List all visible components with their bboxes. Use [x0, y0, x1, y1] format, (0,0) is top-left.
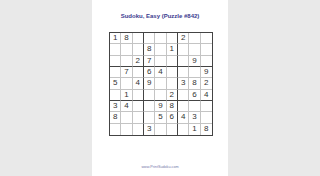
cell-r6c6: 2 [167, 90, 178, 101]
cell-r5c2[interactable] [121, 78, 132, 89]
cell-r5c1: 5 [110, 78, 121, 89]
given-digit: 9 [158, 102, 162, 110]
given-digit: 1 [170, 45, 174, 53]
cell-r8c9[interactable] [201, 112, 212, 123]
given-digit: 2 [136, 57, 140, 65]
given-digit: 8 [192, 79, 196, 87]
given-digit: 8 [124, 34, 128, 42]
cell-r8c5: 5 [155, 112, 166, 123]
cell-r9c7[interactable] [178, 124, 189, 135]
given-digit: 3 [147, 125, 151, 133]
given-digit: 2 [204, 79, 208, 87]
cell-r2c5[interactable] [155, 44, 166, 55]
sudoku-grid: 1828127976495493821264349885643318 [109, 32, 213, 136]
given-digit: 8 [204, 125, 208, 133]
given-digit: 3 [113, 102, 117, 110]
cell-r7c8[interactable] [189, 101, 200, 112]
cell-r2c6: 1 [167, 44, 178, 55]
cell-r1c4[interactable] [144, 33, 155, 44]
cell-r4c9: 9 [201, 67, 212, 78]
cell-r3c5[interactable] [155, 56, 166, 67]
given-digit: 9 [204, 68, 208, 76]
given-digit: 2 [170, 91, 174, 99]
given-digit: 4 [124, 102, 128, 110]
cell-r7c5: 9 [155, 101, 166, 112]
cell-r5c5[interactable] [155, 78, 166, 89]
cell-r2c4: 8 [144, 44, 155, 55]
cell-r3c2[interactable] [121, 56, 132, 67]
cell-r2c2[interactable] [121, 44, 132, 55]
cell-r8c8: 3 [189, 112, 200, 123]
given-digit: 8 [113, 113, 117, 121]
cell-r7c2: 4 [121, 101, 132, 112]
given-digit: 8 [170, 102, 174, 110]
cell-r2c7[interactable] [178, 44, 189, 55]
cell-r5c8: 8 [189, 78, 200, 89]
cell-r2c3[interactable] [133, 44, 144, 55]
given-digit: 8 [147, 45, 151, 53]
given-digit: 6 [192, 91, 196, 99]
cell-r5c9: 2 [201, 78, 212, 89]
cell-r1c5[interactable] [155, 33, 166, 44]
given-digit: 4 [204, 91, 208, 99]
cell-r5c4: 9 [144, 78, 155, 89]
cell-r9c9: 8 [201, 124, 212, 135]
cell-r8c7: 4 [178, 112, 189, 123]
given-digit: 3 [192, 113, 196, 121]
cell-r9c4: 3 [144, 124, 155, 135]
cell-r4c2: 7 [121, 67, 132, 78]
cell-r4c8[interactable] [189, 67, 200, 78]
cell-r6c9: 4 [201, 90, 212, 101]
given-digit: 6 [147, 68, 151, 76]
given-digit: 4 [181, 113, 185, 121]
given-digit: 3 [181, 79, 185, 87]
cell-r9c8: 1 [189, 124, 200, 135]
cell-r4c3[interactable] [133, 67, 144, 78]
given-digit: 4 [158, 68, 162, 76]
cell-r4c4: 6 [144, 67, 155, 78]
cell-r2c8[interactable] [189, 44, 200, 55]
cell-r1c6[interactable] [167, 33, 178, 44]
given-digit: 9 [147, 79, 151, 87]
cell-r8c3[interactable] [133, 112, 144, 123]
cell-r5c6[interactable] [167, 78, 178, 89]
cell-r9c3[interactable] [133, 124, 144, 135]
cell-r6c2: 1 [121, 90, 132, 101]
cell-r2c1[interactable] [110, 44, 121, 55]
sudoku-page: Sudoku, Easy (Puzzle #842) 1828127976495… [92, 0, 228, 176]
given-digit: 6 [170, 113, 174, 121]
cell-r4c5: 4 [155, 67, 166, 78]
cell-r4c6[interactable] [167, 67, 178, 78]
cell-r3c3: 2 [133, 56, 144, 67]
cell-r9c2[interactable] [121, 124, 132, 135]
cell-r7c7[interactable] [178, 101, 189, 112]
cell-r1c1: 1 [110, 33, 121, 44]
cell-r5c7: 3 [178, 78, 189, 89]
given-digit: 9 [192, 57, 196, 65]
cell-r8c1: 8 [110, 112, 121, 123]
cell-r3c6[interactable] [167, 56, 178, 67]
cell-r3c8: 9 [189, 56, 200, 67]
cell-r6c7[interactable] [178, 90, 189, 101]
cell-r1c9[interactable] [201, 33, 212, 44]
given-digit: 1 [113, 34, 117, 42]
cell-r8c4[interactable] [144, 112, 155, 123]
given-digit: 1 [124, 91, 128, 99]
cell-r9c1[interactable] [110, 124, 121, 135]
cell-r8c2[interactable] [121, 112, 132, 123]
puzzle-title: Sudoku, Easy (Puzzle #842) [92, 13, 228, 19]
cell-r3c9[interactable] [201, 56, 212, 67]
given-digit: 1 [192, 125, 196, 133]
given-digit: 5 [113, 79, 117, 87]
cell-r3c7[interactable] [178, 56, 189, 67]
cell-r6c8: 6 [189, 90, 200, 101]
cell-r9c5[interactable] [155, 124, 166, 135]
footer-url: www.PrintSudoku.com [118, 165, 202, 169]
cell-r7c1: 3 [110, 101, 121, 112]
cell-r2c9[interactable] [201, 44, 212, 55]
cell-r1c3[interactable] [133, 33, 144, 44]
cell-r3c4: 7 [144, 56, 155, 67]
cell-r6c5[interactable] [155, 90, 166, 101]
cell-r3c1[interactable] [110, 56, 121, 67]
cell-r4c7[interactable] [178, 67, 189, 78]
given-digit: 7 [147, 57, 151, 65]
cell-r6c3[interactable] [133, 90, 144, 101]
cell-r7c3[interactable] [133, 101, 144, 112]
given-digit: 7 [124, 68, 128, 76]
cell-r9c6[interactable] [167, 124, 178, 135]
cell-r7c9[interactable] [201, 101, 212, 112]
cell-r6c1[interactable] [110, 90, 121, 101]
cell-r7c4[interactable] [144, 101, 155, 112]
cell-r7c6: 8 [167, 101, 178, 112]
given-digit: 5 [158, 113, 162, 121]
cell-r4c1[interactable] [110, 67, 121, 78]
cell-r8c6: 6 [167, 112, 178, 123]
given-digit: 2 [181, 34, 185, 42]
cell-r6c4[interactable] [144, 90, 155, 101]
cell-r1c2: 8 [121, 33, 132, 44]
cell-r1c7: 2 [178, 33, 189, 44]
given-digit: 4 [136, 79, 140, 87]
cell-r1c8[interactable] [189, 33, 200, 44]
cell-r5c3: 4 [133, 78, 144, 89]
